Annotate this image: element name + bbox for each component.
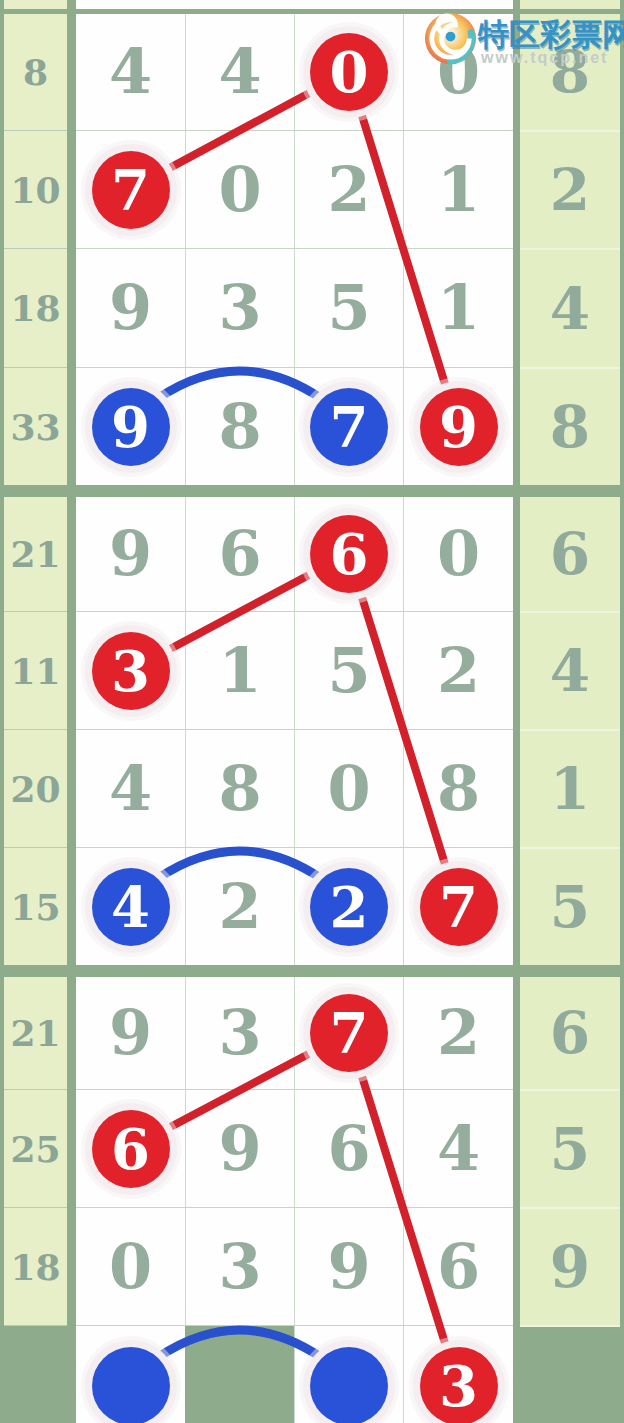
plain-digit: 4 — [218, 41, 261, 103]
blue-circled-digit — [310, 1347, 388, 1423]
column-divider-gap — [67, 611, 76, 729]
period-label-cell: 15 — [4, 847, 67, 965]
digit-cell: 6 — [185, 497, 294, 611]
digit-cell: 1 — [403, 130, 513, 248]
chart-row: 2569645 — [0, 1089, 624, 1207]
plain-digit: 0 — [437, 523, 480, 585]
digit-cell: 3 — [185, 977, 294, 1089]
digit-cell: 9 — [76, 248, 185, 367]
column-divider-gap — [513, 1089, 520, 1207]
chart-row: 1542275 — [0, 847, 624, 965]
tail-digit-cell: 6 — [520, 497, 620, 611]
period-label-cell — [4, 1325, 67, 1326]
column-divider-gap — [67, 14, 76, 130]
red-circled-digit: 0 — [310, 33, 388, 111]
circle-digit: 3 — [439, 1358, 478, 1414]
plain-digit: 1 — [218, 640, 261, 702]
digit-cell: 4 — [76, 847, 185, 965]
circle-digit: 7 — [439, 879, 478, 935]
red-circled-digit: 3 — [92, 632, 170, 710]
digit-cell: 7 — [294, 367, 403, 485]
plain-digit: 5 — [327, 277, 370, 339]
digit-cell: 2 — [185, 847, 294, 965]
circle-digit: 7 — [330, 1005, 369, 1061]
digit-cell: 4 — [76, 14, 185, 130]
plain-digit: 6 — [327, 1118, 370, 1180]
red-circled-digit: 9 — [420, 388, 498, 466]
period-label-cell: 21 — [4, 497, 67, 611]
digit-cell: 2 — [403, 977, 513, 1089]
column-divider-gap — [67, 248, 76, 367]
digit-cell — [185, 0, 294, 9]
right-border-gap — [620, 248, 624, 367]
red-circled-digit: 6 — [92, 1110, 170, 1188]
digit-cell: 6 — [294, 1089, 403, 1207]
lottery-trend-board: 8440081070212189351433987982196606113152… — [0, 0, 624, 1423]
right-border-gap — [620, 847, 624, 965]
plain-digit: 4 — [109, 41, 152, 103]
digit-cell: 9 — [185, 1089, 294, 1207]
tail-digit-cell: 5 — [520, 1089, 620, 1207]
circle-digit: 2 — [330, 879, 369, 935]
digit-cell: 7 — [76, 130, 185, 248]
digit-cell: 6 — [76, 1089, 185, 1207]
plain-digit: 0 — [218, 159, 261, 221]
digit-cell: 2 — [294, 847, 403, 965]
column-divider-gap — [67, 977, 76, 1089]
column-divider-gap — [513, 611, 520, 729]
plain-digit: 3 — [218, 277, 261, 339]
column-divider-gap — [67, 0, 76, 9]
digit-cell: 2 — [294, 130, 403, 248]
chart-row: 3 — [0, 1325, 624, 1423]
digit-cell: 4 — [403, 1089, 513, 1207]
plain-digit: 9 — [218, 1118, 261, 1180]
digit-cell — [76, 0, 185, 9]
chart-row: 1893514 — [0, 248, 624, 367]
digit-cell: 6 — [403, 1207, 513, 1325]
digit-cell: 9 — [294, 1207, 403, 1325]
digit-cell: 0 — [76, 1207, 185, 1325]
group-separator — [0, 485, 624, 497]
tail-digit-cell: 2 — [520, 130, 620, 248]
tail-digit-cell: 9 — [520, 1207, 620, 1325]
site-logo[interactable]: 特区彩票网 www.tqcp.net — [421, 8, 624, 68]
chart-row: 1070212 — [0, 130, 624, 248]
column-divider-gap — [513, 367, 520, 485]
plain-digit: 9 — [327, 1236, 370, 1298]
digit-cell: 8 — [403, 729, 513, 847]
plain-digit: 6 — [437, 1236, 480, 1298]
right-border-gap — [620, 611, 624, 729]
digit-cell: 5 — [294, 611, 403, 729]
right-border-gap — [620, 130, 624, 248]
tail-digit-cell: 1 — [520, 729, 620, 847]
plain-digit: 8 — [218, 758, 261, 820]
period-label-cell: 21 — [4, 977, 67, 1089]
digit-cell: 5 — [294, 248, 403, 367]
plain-digit: 2 — [218, 876, 261, 938]
chart-row: 1803969 — [0, 1207, 624, 1325]
plain-digit: 3 — [218, 1002, 261, 1064]
chart-grid: 8440081070212189351433987982196606113152… — [0, 0, 624, 1423]
right-border-gap — [620, 1089, 624, 1207]
plain-digit: 0 — [109, 1236, 152, 1298]
plain-digit: 5 — [327, 640, 370, 702]
digit-cell: 7 — [294, 977, 403, 1089]
column-divider-gap — [513, 248, 520, 367]
right-border-gap — [620, 367, 624, 485]
plain-digit: 2 — [327, 159, 370, 221]
tail-digit-cell: 4 — [520, 611, 620, 729]
digit-cell: 0 — [403, 497, 513, 611]
plain-digit: 9 — [109, 1002, 152, 1064]
period-label-cell: 10 — [4, 130, 67, 248]
column-divider-gap — [513, 847, 520, 965]
digit-cell: 0 — [185, 130, 294, 248]
circle-digit: 9 — [439, 399, 478, 455]
plain-digit: 8 — [437, 758, 480, 820]
red-circled-digit: 7 — [92, 151, 170, 229]
circle-digit: 6 — [330, 526, 369, 582]
circle-digit: 7 — [330, 399, 369, 455]
digit-cell: 3 — [185, 1207, 294, 1325]
right-border-gap — [620, 1207, 624, 1325]
plain-digit: 1 — [437, 277, 480, 339]
plain-digit: 6 — [218, 523, 261, 585]
red-circled-digit: 3 — [420, 1347, 498, 1423]
period-label-cell — [4, 0, 67, 9]
plain-digit: 0 — [327, 758, 370, 820]
column-divider-gap — [67, 1089, 76, 1207]
red-circled-digit: 7 — [310, 994, 388, 1072]
digit-cell — [185, 1325, 294, 1326]
column-divider-gap — [513, 1207, 520, 1325]
right-border-gap — [620, 497, 624, 611]
circle-digit: 9 — [111, 399, 150, 455]
blue-circled-digit: 7 — [310, 388, 388, 466]
plain-digit: 4 — [437, 1118, 480, 1180]
right-border-gap — [620, 977, 624, 1089]
logo-swirl-icon — [423, 11, 478, 66]
blue-circled-digit: 9 — [92, 388, 170, 466]
column-divider-gap — [67, 1207, 76, 1325]
circle-digit: 0 — [330, 44, 369, 100]
plain-digit: 2 — [437, 640, 480, 702]
digit-cell — [294, 1325, 403, 1423]
circle-digit: 3 — [111, 643, 150, 699]
chart-row: 1131524 — [0, 611, 624, 729]
column-divider-gap — [513, 130, 520, 248]
red-circled-digit: 6 — [310, 515, 388, 593]
tail-digit-cell — [520, 1325, 620, 1327]
digit-cell: 0 — [294, 14, 403, 130]
period-label-cell: 33 — [4, 367, 67, 485]
column-divider-gap — [513, 977, 520, 1089]
digit-cell: 4 — [76, 729, 185, 847]
group-separator — [0, 965, 624, 977]
tail-digit-cell: 8 — [520, 367, 620, 485]
site-watermark: www.tqcp.net — [481, 49, 608, 67]
tail-digit-cell: 5 — [520, 847, 620, 965]
digit-cell — [76, 1325, 185, 1423]
digit-cell: 3 — [403, 1325, 513, 1423]
tail-digit-cell: 4 — [520, 248, 620, 367]
digit-cell: 0 — [294, 729, 403, 847]
plain-digit: 2 — [437, 1002, 480, 1064]
digit-cell — [294, 0, 403, 9]
column-divider-gap — [67, 367, 76, 485]
period-label-cell: 18 — [4, 248, 67, 367]
digit-cell: 6 — [294, 497, 403, 611]
period-label-cell: 18 — [4, 1207, 67, 1325]
plain-digit: 9 — [109, 523, 152, 585]
digit-cell: 7 — [403, 847, 513, 965]
period-label-cell: 20 — [4, 729, 67, 847]
column-divider-gap — [67, 497, 76, 611]
column-divider-gap — [513, 729, 520, 847]
digit-cell: 9 — [76, 977, 185, 1089]
plain-digit: 4 — [109, 758, 152, 820]
digit-cell: 1 — [403, 248, 513, 367]
digit-cell: 9 — [76, 497, 185, 611]
blue-circled-digit: 2 — [310, 868, 388, 946]
chart-row: 2048081 — [0, 729, 624, 847]
digit-cell: 3 — [185, 248, 294, 367]
period-label-cell: 8 — [4, 14, 67, 130]
plain-digit: 1 — [437, 159, 480, 221]
blue-circled-digit: 4 — [92, 868, 170, 946]
blue-circled-digit — [92, 1347, 170, 1423]
digit-cell: 2 — [403, 611, 513, 729]
digit-cell: 8 — [185, 367, 294, 485]
tail-digit-cell: 6 — [520, 977, 620, 1089]
right-border-gap — [620, 729, 624, 847]
chart-row: 2196606 — [0, 497, 624, 611]
plain-digit: 8 — [218, 396, 261, 458]
plain-digit: 9 — [109, 277, 152, 339]
circle-digit: 6 — [111, 1121, 150, 1177]
column-divider-gap — [67, 847, 76, 965]
column-divider-gap — [513, 497, 520, 611]
chart-row: 2193726 — [0, 977, 624, 1089]
red-circled-digit: 7 — [420, 868, 498, 946]
column-divider-gap — [67, 729, 76, 847]
circle-digit: 4 — [111, 879, 150, 935]
digit-cell: 9 — [403, 367, 513, 485]
chart-row: 3398798 — [0, 367, 624, 485]
circle-digit: 7 — [111, 162, 150, 218]
period-label-cell: 11 — [4, 611, 67, 729]
period-label-cell: 25 — [4, 1089, 67, 1207]
digit-cell: 3 — [76, 611, 185, 729]
column-divider-gap — [67, 130, 76, 248]
digit-cell: 8 — [185, 729, 294, 847]
digit-cell: 1 — [185, 611, 294, 729]
digit-cell: 9 — [76, 367, 185, 485]
plain-digit: 3 — [218, 1236, 261, 1298]
digit-cell: 4 — [185, 14, 294, 130]
